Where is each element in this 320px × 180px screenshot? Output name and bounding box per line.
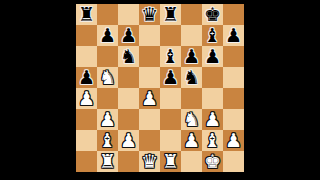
square-h5[interactable]	[223, 67, 244, 88]
square-g4[interactable]	[202, 88, 223, 109]
square-a4[interactable]: ♟	[76, 88, 97, 109]
square-a7[interactable]	[76, 25, 97, 46]
square-g7[interactable]: ♝	[202, 25, 223, 46]
black-pawn-c7: ♟	[118, 25, 139, 46]
square-b2[interactable]: ♝	[97, 130, 118, 151]
square-b8[interactable]	[97, 4, 118, 25]
white-queen-d1: ♛	[139, 151, 160, 172]
black-knight-c6: ♞	[118, 46, 139, 67]
square-a5[interactable]: ♟	[76, 67, 97, 88]
square-b1[interactable]: ♜	[97, 151, 118, 172]
square-b4[interactable]	[97, 88, 118, 109]
white-knight-f3: ♞	[181, 109, 202, 130]
square-g3[interactable]: ♟	[202, 109, 223, 130]
square-a8[interactable]: ♜	[76, 4, 97, 25]
square-g5[interactable]	[202, 67, 223, 88]
white-rook-b1: ♜	[97, 151, 118, 172]
square-d2[interactable]	[139, 130, 160, 151]
black-pawn-b7: ♟	[97, 25, 118, 46]
white-pawn-h2: ♟	[223, 130, 244, 151]
square-c7[interactable]: ♟	[118, 25, 139, 46]
chess-board: ♜♛♜♚♟♟♝♟♞♝♟♟♟♞♟♞♟♟♟♞♟♝♟♟♝♟♜♛♜♚	[76, 4, 244, 172]
white-bishop-b2: ♝	[97, 130, 118, 151]
square-e1[interactable]: ♜	[160, 151, 181, 172]
square-h4[interactable]	[223, 88, 244, 109]
square-c8[interactable]	[118, 4, 139, 25]
white-pawn-f2: ♟	[181, 130, 202, 151]
square-f6[interactable]: ♟	[181, 46, 202, 67]
square-d5[interactable]	[139, 67, 160, 88]
square-d7[interactable]	[139, 25, 160, 46]
square-a1[interactable]	[76, 151, 97, 172]
square-c3[interactable]	[118, 109, 139, 130]
square-h7[interactable]: ♟	[223, 25, 244, 46]
square-b6[interactable]	[97, 46, 118, 67]
square-f3[interactable]: ♞	[181, 109, 202, 130]
square-d3[interactable]	[139, 109, 160, 130]
square-f8[interactable]	[181, 4, 202, 25]
square-e4[interactable]	[160, 88, 181, 109]
square-h2[interactable]: ♟	[223, 130, 244, 151]
square-b3[interactable]: ♟	[97, 109, 118, 130]
square-h8[interactable]	[223, 4, 244, 25]
white-pawn-a4: ♟	[76, 88, 97, 109]
square-c6[interactable]: ♞	[118, 46, 139, 67]
white-king-g1: ♚	[202, 151, 223, 172]
white-pawn-g3: ♟	[202, 109, 223, 130]
black-pawn-e5: ♟	[160, 67, 181, 88]
square-c1[interactable]	[118, 151, 139, 172]
square-a6[interactable]	[76, 46, 97, 67]
letterbox-background: ♜♛♜♚♟♟♝♟♞♝♟♟♟♞♟♞♟♟♟♞♟♝♟♟♝♟♜♛♜♚	[0, 0, 320, 180]
black-rook-a8: ♜	[76, 4, 97, 25]
square-h6[interactable]	[223, 46, 244, 67]
square-g8[interactable]: ♚	[202, 4, 223, 25]
square-e3[interactable]	[160, 109, 181, 130]
square-h3[interactable]	[223, 109, 244, 130]
square-d8[interactable]: ♛	[139, 4, 160, 25]
square-b5[interactable]: ♞	[97, 67, 118, 88]
black-rook-e8: ♜	[160, 4, 181, 25]
square-h1[interactable]	[223, 151, 244, 172]
square-f5[interactable]: ♞	[181, 67, 202, 88]
square-d6[interactable]	[139, 46, 160, 67]
square-a2[interactable]	[76, 130, 97, 151]
black-bishop-e6: ♝	[160, 46, 181, 67]
square-f2[interactable]: ♟	[181, 130, 202, 151]
square-g1[interactable]: ♚	[202, 151, 223, 172]
black-bishop-g7: ♝	[202, 25, 223, 46]
white-rook-e1: ♜	[160, 151, 181, 172]
black-queen-d8: ♛	[139, 4, 160, 25]
white-pawn-d4: ♟	[139, 88, 160, 109]
square-d4[interactable]: ♟	[139, 88, 160, 109]
square-g6[interactable]: ♟	[202, 46, 223, 67]
square-f1[interactable]	[181, 151, 202, 172]
square-c4[interactable]	[118, 88, 139, 109]
black-pawn-a5: ♟	[76, 67, 97, 88]
black-pawn-f6: ♟	[181, 46, 202, 67]
square-e8[interactable]: ♜	[160, 4, 181, 25]
square-b7[interactable]: ♟	[97, 25, 118, 46]
white-pawn-c2: ♟	[118, 130, 139, 151]
square-f7[interactable]	[181, 25, 202, 46]
square-c5[interactable]	[118, 67, 139, 88]
square-d1[interactable]: ♛	[139, 151, 160, 172]
square-g2[interactable]: ♝	[202, 130, 223, 151]
square-a3[interactable]	[76, 109, 97, 130]
square-f4[interactable]	[181, 88, 202, 109]
white-pawn-b3: ♟	[97, 109, 118, 130]
square-e7[interactable]	[160, 25, 181, 46]
black-pawn-h7: ♟	[223, 25, 244, 46]
square-c2[interactable]: ♟	[118, 130, 139, 151]
square-e5[interactable]: ♟	[160, 67, 181, 88]
square-e2[interactable]	[160, 130, 181, 151]
square-e6[interactable]: ♝	[160, 46, 181, 67]
white-bishop-g2: ♝	[202, 130, 223, 151]
black-king-g8: ♚	[202, 4, 223, 25]
white-knight-b5: ♞	[97, 67, 118, 88]
black-knight-f5: ♞	[181, 67, 202, 88]
black-pawn-g6: ♟	[202, 46, 223, 67]
